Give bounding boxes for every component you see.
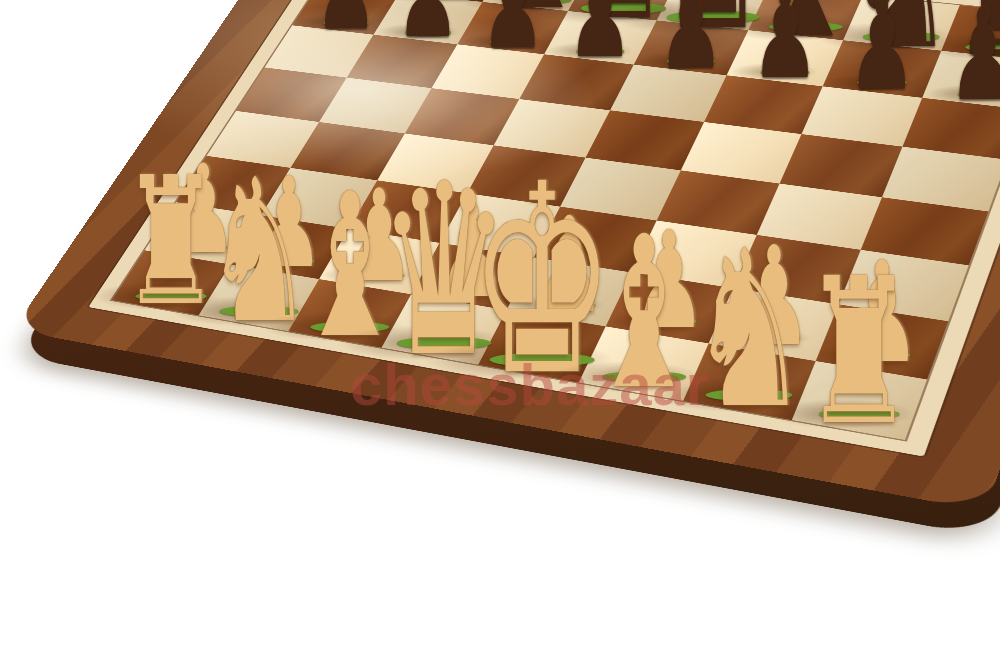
black-pawn-glyph: ♟ [567,0,633,75]
black-pawn-glyph: ♟ [947,0,1000,119]
black-pawn-glyph: ♟ [657,0,724,85]
black-pawn-glyph: ♟ [314,0,377,46]
black-pawn-glyph: ♟ [396,0,460,55]
black-pawn-glyph: ♟ [480,0,545,65]
black-pawn-glyph: ♟ [751,0,819,96]
product-photo-stage: ♜♞♝♛♚♝♞♜♟♟♟♟♟♟♟♟♟♟♟♟♟♟♟♟♜♞♝♛♚♝♞♜ chessba… [0,0,1000,667]
black-pawn-glyph: ♟ [847,0,916,107]
pieces-layer: ♜♞♝♛♚♝♞♜♟♟♟♟♟♟♟♟♟♟♟♟♟♟♟♟♜♞♝♛♚♝♞♜ [0,0,1000,667]
white-rook-glyph: ♜ [803,252,915,454]
